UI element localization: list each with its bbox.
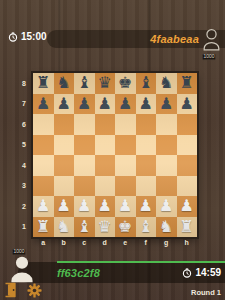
piece-white-bishop: ♝ — [77, 217, 91, 238]
square-g7[interactable]: ♟ — [156, 94, 177, 115]
rank-label-3: 3 — [19, 176, 29, 197]
square-d2[interactable]: ♟ — [95, 196, 116, 217]
file-label-h: h — [177, 239, 198, 246]
square-h5[interactable] — [177, 135, 198, 156]
square-a3[interactable] — [33, 176, 54, 197]
piece-white-pawn: ♟ — [77, 196, 91, 217]
piece-black-pawn: ♟ — [57, 94, 71, 115]
active-turn-indicator — [57, 261, 225, 263]
piece-black-pawn: ♟ — [36, 94, 50, 115]
exit-door-button[interactable] — [4, 282, 18, 298]
square-d1[interactable]: ♛ — [95, 217, 116, 238]
rank-labels: 87654321 — [19, 73, 29, 237]
square-g8[interactable]: ♞ — [156, 73, 177, 94]
square-f3[interactable] — [136, 176, 157, 197]
square-c6[interactable] — [74, 114, 95, 135]
clock-icon — [182, 268, 192, 278]
square-h7[interactable]: ♟ — [177, 94, 198, 115]
piece-black-pawn: ♟ — [139, 94, 153, 115]
square-c2[interactable]: ♟ — [74, 196, 95, 217]
square-a1[interactable]: ♜ — [33, 217, 54, 238]
square-e5[interactable] — [115, 135, 136, 156]
square-b2[interactable]: ♟ — [54, 196, 75, 217]
piece-black-knight: ♞ — [57, 73, 71, 94]
top-player-timer: 15:00 — [8, 31, 47, 42]
rank-label-4: 4 — [19, 155, 29, 176]
round-label: Round 1 — [191, 288, 221, 297]
settings-gear-button[interactable] — [27, 283, 42, 298]
bottom-player-timer: 14:59 — [182, 267, 221, 278]
file-label-c: c — [74, 239, 95, 246]
square-f7[interactable]: ♟ — [136, 94, 157, 115]
file-label-f: f — [136, 239, 157, 246]
square-a7[interactable]: ♟ — [33, 94, 54, 115]
square-f1[interactable]: ♝ — [136, 217, 157, 238]
square-a8[interactable]: ♜ — [33, 73, 54, 94]
piece-white-pawn: ♟ — [98, 196, 112, 217]
bottom-player-rating-badge: 1000 — [12, 249, 26, 255]
square-b7[interactable]: ♟ — [54, 94, 75, 115]
piece-black-pawn: ♟ — [159, 94, 173, 115]
square-e1[interactable]: ♚ — [115, 217, 136, 238]
square-g4[interactable] — [156, 155, 177, 176]
square-h8[interactable]: ♜ — [177, 73, 198, 94]
piece-black-bishop: ♝ — [77, 73, 91, 94]
square-e2[interactable]: ♟ — [115, 196, 136, 217]
square-a5[interactable] — [33, 135, 54, 156]
piece-white-queen: ♛ — [98, 217, 112, 238]
piece-white-pawn: ♟ — [36, 196, 50, 217]
piece-white-rook: ♜ — [180, 217, 194, 238]
square-b1[interactable]: ♞ — [54, 217, 75, 238]
square-c7[interactable]: ♟ — [74, 94, 95, 115]
piece-black-king: ♚ — [118, 73, 132, 94]
square-g1[interactable]: ♞ — [156, 217, 177, 238]
square-e7[interactable]: ♟ — [115, 94, 136, 115]
piece-black-pawn: ♟ — [180, 94, 194, 115]
square-h4[interactable] — [177, 155, 198, 176]
square-g6[interactable] — [156, 114, 177, 135]
square-c8[interactable]: ♝ — [74, 73, 95, 94]
square-d4[interactable] — [95, 155, 116, 176]
piece-white-pawn: ♟ — [139, 196, 153, 217]
square-f5[interactable] — [136, 135, 157, 156]
piece-white-pawn: ♟ — [159, 196, 173, 217]
square-h1[interactable]: ♜ — [177, 217, 198, 238]
piece-black-pawn: ♟ — [77, 94, 91, 115]
top-player-avatar[interactable] — [201, 27, 222, 56]
square-e8[interactable]: ♚ — [115, 73, 136, 94]
board: ♜♞♝♛♚♝♞♜♟♟♟♟♟♟♟♟♟♟♟♟♟♟♟♟♜♞♝♛♚♝♞♜ — [33, 73, 197, 237]
top-timer-value: 15:00 — [21, 31, 47, 42]
piece-white-rook: ♜ — [36, 217, 50, 238]
square-b6[interactable] — [54, 114, 75, 135]
file-label-g: g — [156, 239, 177, 246]
rank-label-1: 1 — [19, 217, 29, 238]
top-player-rating-badge: 1000 — [202, 54, 216, 60]
square-a6[interactable] — [33, 114, 54, 135]
top-player-name: 4faabeaa — [150, 33, 199, 45]
square-a4[interactable] — [33, 155, 54, 176]
piece-black-queen: ♛ — [98, 73, 112, 94]
square-h6[interactable] — [177, 114, 198, 135]
file-labels: abcdefgh — [33, 239, 197, 246]
square-f8[interactable]: ♝ — [136, 73, 157, 94]
file-label-d: d — [95, 239, 116, 246]
square-b3[interactable] — [54, 176, 75, 197]
square-g3[interactable] — [156, 176, 177, 197]
square-b5[interactable] — [54, 135, 75, 156]
piece-white-king: ♚ — [118, 217, 132, 238]
piece-white-pawn: ♟ — [118, 196, 132, 217]
square-e3[interactable] — [115, 176, 136, 197]
file-label-b: b — [54, 239, 75, 246]
bottom-player-name: ff63c2f8 — [57, 267, 100, 279]
bottom-timer-value: 14:59 — [195, 267, 221, 278]
square-d7[interactable]: ♟ — [95, 94, 116, 115]
file-label-a: a — [33, 239, 54, 246]
rank-label-2: 2 — [19, 196, 29, 217]
square-c5[interactable] — [74, 135, 95, 156]
piece-black-bishop: ♝ — [139, 73, 153, 94]
square-f4[interactable] — [136, 155, 157, 176]
piece-black-rook: ♜ — [180, 73, 194, 94]
square-d6[interactable] — [95, 114, 116, 135]
square-g2[interactable]: ♟ — [156, 196, 177, 217]
piece-black-knight: ♞ — [159, 73, 173, 94]
square-h3[interactable] — [177, 176, 198, 197]
rank-label-8: 8 — [19, 73, 29, 94]
rank-label-5: 5 — [19, 135, 29, 156]
square-e6[interactable] — [115, 114, 136, 135]
piece-white-knight: ♞ — [57, 217, 71, 238]
rank-label-7: 7 — [19, 94, 29, 115]
square-h2[interactable]: ♟ — [177, 196, 198, 217]
square-b4[interactable] — [54, 155, 75, 176]
piece-black-pawn: ♟ — [118, 94, 132, 115]
square-e4[interactable] — [115, 155, 136, 176]
square-c1[interactable]: ♝ — [74, 217, 95, 238]
piece-black-rook: ♜ — [36, 73, 50, 94]
square-d8[interactable]: ♛ — [95, 73, 116, 94]
square-a2[interactable]: ♟ — [33, 196, 54, 217]
piece-black-pawn: ♟ — [98, 94, 112, 115]
square-f2[interactable]: ♟ — [136, 196, 157, 217]
chess-app-screen: 15:00 4faabeaa 1000 87654321 ♜♞♝♛♚♝♞♜♟♟♟… — [0, 0, 225, 300]
piece-white-pawn: ♟ — [57, 196, 71, 217]
piece-white-pawn: ♟ — [180, 196, 194, 217]
piece-white-knight: ♞ — [159, 217, 173, 238]
square-d3[interactable] — [95, 176, 116, 197]
square-d5[interactable] — [95, 135, 116, 156]
square-f6[interactable] — [136, 114, 157, 135]
piece-white-bishop: ♝ — [139, 217, 153, 238]
file-label-e: e — [115, 239, 136, 246]
square-c3[interactable] — [74, 176, 95, 197]
square-b8[interactable]: ♞ — [54, 73, 75, 94]
square-g5[interactable] — [156, 135, 177, 156]
rank-label-6: 6 — [19, 114, 29, 135]
square-c4[interactable] — [74, 155, 95, 176]
clock-icon — [8, 32, 18, 42]
